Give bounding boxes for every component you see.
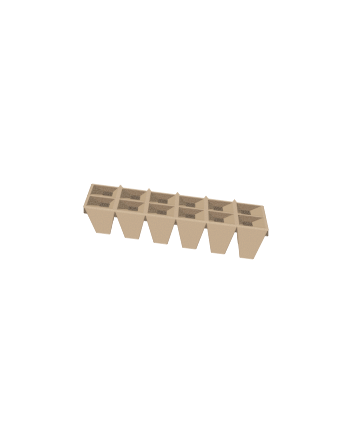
- seed-tray-graphic: [0, 0, 350, 446]
- product-image-canvas: [0, 0, 350, 446]
- product-photo-figure: [0, 0, 350, 446]
